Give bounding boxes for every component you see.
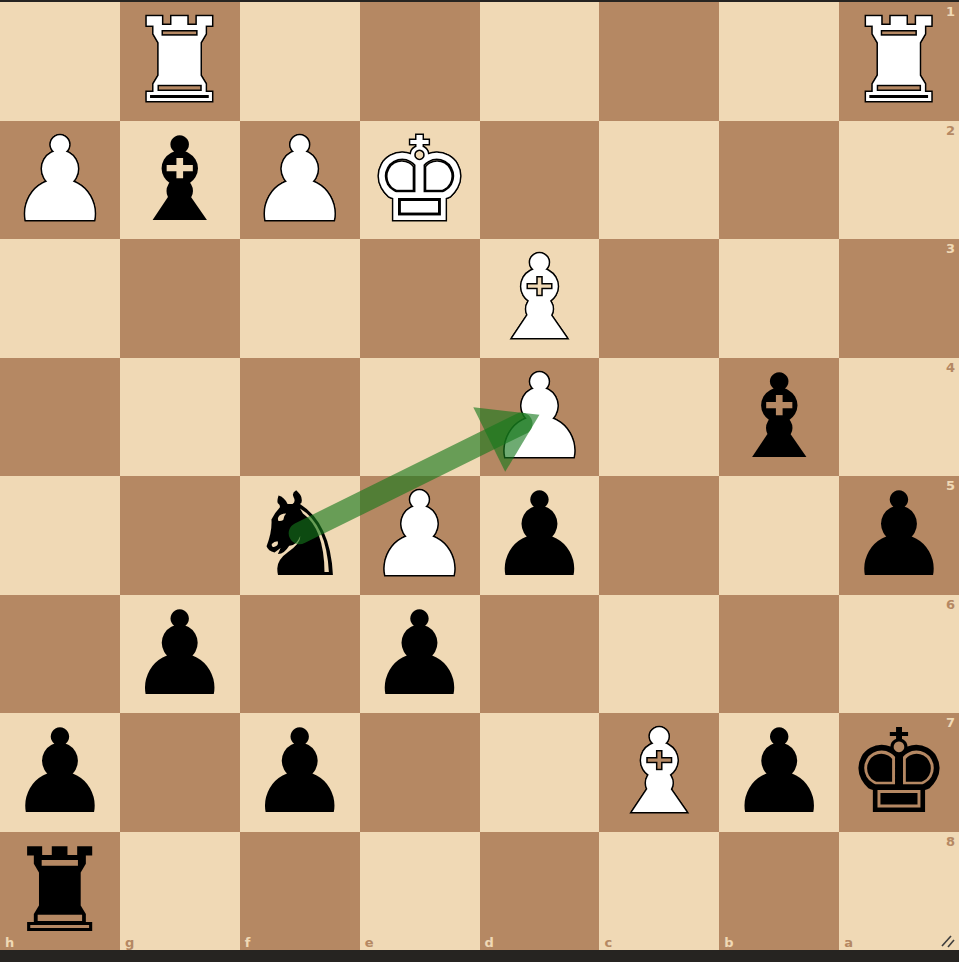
square-h2[interactable]: ♟ <box>0 121 120 240</box>
square-a5[interactable]: ♟ <box>839 476 959 595</box>
square-c5[interactable] <box>599 476 719 595</box>
rank-label-6: 6 <box>946 597 955 612</box>
piece-white-rook-a1[interactable]: ♜ <box>847 2 951 121</box>
square-d3[interactable]: ♝ <box>480 239 600 358</box>
square-a7[interactable]: ♚ <box>839 713 959 832</box>
square-f2[interactable]: ♟ <box>240 121 360 240</box>
file-label-b: b <box>724 935 733 950</box>
square-a6[interactable] <box>839 595 959 714</box>
square-c1[interactable] <box>599 2 719 121</box>
piece-white-bishop-d3[interactable]: ♝ <box>487 239 591 358</box>
square-f3[interactable] <box>240 239 360 358</box>
rank-label-8: 8 <box>946 834 955 849</box>
square-e1[interactable] <box>360 2 480 121</box>
square-g8[interactable] <box>120 832 240 951</box>
square-f6[interactable] <box>240 595 360 714</box>
chess-board: ♜♜♟♝♟♚♝♟♝♞♟♟♟♟♟♟♟♝♟♚♜12345678hgfedcba <box>0 2 959 950</box>
square-h1[interactable] <box>0 2 120 121</box>
file-label-h: h <box>5 935 14 950</box>
square-g7[interactable] <box>120 713 240 832</box>
piece-black-king-a7[interactable]: ♚ <box>847 713 951 832</box>
piece-white-pawn-e5[interactable]: ♟ <box>368 476 472 595</box>
square-d5[interactable]: ♟ <box>480 476 600 595</box>
square-g3[interactable] <box>120 239 240 358</box>
square-b1[interactable] <box>719 2 839 121</box>
piece-black-rook-h8[interactable]: ♜ <box>8 832 112 951</box>
square-b3[interactable] <box>719 239 839 358</box>
rank-label-7: 7 <box>946 715 955 730</box>
square-f7[interactable]: ♟ <box>240 713 360 832</box>
square-a1[interactable]: ♜ <box>839 2 959 121</box>
piece-black-pawn-f7[interactable]: ♟ <box>248 713 352 832</box>
file-label-g: g <box>125 935 134 950</box>
square-e8[interactable] <box>360 832 480 951</box>
square-e6[interactable]: ♟ <box>360 595 480 714</box>
square-c3[interactable] <box>599 239 719 358</box>
piece-black-pawn-h7[interactable]: ♟ <box>8 713 112 832</box>
square-f8[interactable] <box>240 832 360 951</box>
square-c7[interactable]: ♝ <box>599 713 719 832</box>
square-h7[interactable]: ♟ <box>0 713 120 832</box>
rank-label-2: 2 <box>946 123 955 138</box>
square-e4[interactable] <box>360 358 480 477</box>
square-a2[interactable] <box>839 121 959 240</box>
square-g5[interactable] <box>120 476 240 595</box>
square-b8[interactable] <box>719 832 839 951</box>
square-a3[interactable] <box>839 239 959 358</box>
square-c4[interactable] <box>599 358 719 477</box>
rank-label-3: 3 <box>946 241 955 256</box>
square-d1[interactable] <box>480 2 600 121</box>
rank-label-1: 1 <box>946 4 955 19</box>
square-d6[interactable] <box>480 595 600 714</box>
square-h6[interactable] <box>0 595 120 714</box>
square-d7[interactable] <box>480 713 600 832</box>
piece-black-pawn-e6[interactable]: ♟ <box>368 595 472 714</box>
square-g1[interactable]: ♜ <box>120 2 240 121</box>
square-d8[interactable] <box>480 832 600 951</box>
square-a4[interactable] <box>839 358 959 477</box>
square-b5[interactable] <box>719 476 839 595</box>
rank-label-4: 4 <box>946 360 955 375</box>
square-c8[interactable] <box>599 832 719 951</box>
square-h8[interactable]: ♜ <box>0 832 120 951</box>
square-f5[interactable]: ♞ <box>240 476 360 595</box>
piece-black-bishop-b4[interactable]: ♝ <box>727 358 831 477</box>
rank-label-5: 5 <box>946 478 955 493</box>
piece-black-pawn-b7[interactable]: ♟ <box>727 713 831 832</box>
square-e3[interactable] <box>360 239 480 358</box>
square-b2[interactable] <box>719 121 839 240</box>
file-label-a: a <box>844 935 853 950</box>
square-d2[interactable] <box>480 121 600 240</box>
square-b7[interactable]: ♟ <box>719 713 839 832</box>
piece-black-bishop-g2[interactable]: ♝ <box>128 121 232 240</box>
square-f1[interactable] <box>240 2 360 121</box>
piece-black-pawn-g6[interactable]: ♟ <box>128 595 232 714</box>
square-b4[interactable]: ♝ <box>719 358 839 477</box>
square-h3[interactable] <box>0 239 120 358</box>
piece-black-pawn-a5[interactable]: ♟ <box>847 476 951 595</box>
file-label-e: e <box>365 935 374 950</box>
piece-black-pawn-d5[interactable]: ♟ <box>487 476 591 595</box>
square-g6[interactable]: ♟ <box>120 595 240 714</box>
square-h4[interactable] <box>0 358 120 477</box>
chess-board-frame: ♜♜♟♝♟♚♝♟♝♞♟♟♟♟♟♟♟♝♟♚♜12345678hgfedcba <box>0 0 959 962</box>
square-g4[interactable] <box>120 358 240 477</box>
file-label-f: f <box>245 935 251 950</box>
square-b6[interactable] <box>719 595 839 714</box>
piece-black-knight-f5[interactable]: ♞ <box>248 476 352 595</box>
piece-white-king-e2[interactable]: ♚ <box>368 121 472 240</box>
piece-white-pawn-h2[interactable]: ♟ <box>8 121 112 240</box>
square-f4[interactable] <box>240 358 360 477</box>
square-c2[interactable] <box>599 121 719 240</box>
square-d4[interactable]: ♟ <box>480 358 600 477</box>
square-c6[interactable] <box>599 595 719 714</box>
square-e2[interactable]: ♚ <box>360 121 480 240</box>
piece-white-rook-g1[interactable]: ♜ <box>128 2 232 121</box>
square-e5[interactable]: ♟ <box>360 476 480 595</box>
square-h5[interactable] <box>0 476 120 595</box>
piece-white-pawn-f2[interactable]: ♟ <box>248 121 352 240</box>
square-g2[interactable]: ♝ <box>120 121 240 240</box>
square-e7[interactable] <box>360 713 480 832</box>
file-label-c: c <box>604 935 612 950</box>
piece-white-bishop-c7[interactable]: ♝ <box>607 713 711 832</box>
board-resize-icon[interactable] <box>938 933 956 949</box>
piece-white-pawn-d4[interactable]: ♟ <box>487 358 591 477</box>
file-label-d: d <box>485 935 494 950</box>
